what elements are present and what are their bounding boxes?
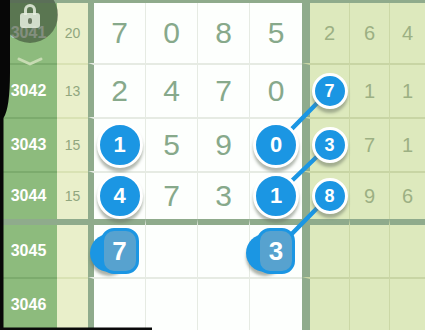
cell-3043-x3: 1 — [389, 117, 425, 171]
draw-number: 3044 — [11, 187, 47, 205]
cell-3041-d2: 0 — [145, 3, 197, 63]
draw-number: 3045 — [11, 242, 47, 260]
number-bubble[interactable]: 7 — [312, 73, 348, 109]
sum-3046 — [57, 277, 88, 330]
draw-label-3046: 3046 — [0, 277, 57, 330]
cell-3041-d3: 8 — [197, 3, 249, 63]
cell-3042-x3: 1 — [389, 63, 425, 117]
cell-3044-d3: 3 — [197, 171, 249, 219]
cell-3046-x1[interactable] — [302, 277, 349, 330]
chevron-down-icon[interactable] — [17, 57, 43, 67]
number-bubble[interactable]: 8 — [312, 178, 348, 214]
cell-3046-d1[interactable] — [88, 277, 145, 330]
cell-3043-d3: 9 — [197, 117, 249, 171]
draw-label-3043: 3043 — [0, 117, 57, 171]
cell-3043-x1: 3 — [302, 117, 349, 171]
cell-3045-x1[interactable] — [302, 219, 349, 277]
number-token[interactable]: 7 — [97, 226, 143, 276]
cell-3042-d2: 4 — [145, 63, 197, 117]
cell-3042-d1: 2 — [88, 63, 145, 117]
sum-value: 15 — [65, 188, 81, 204]
sum-3042: 13 — [57, 63, 88, 117]
cell-3042-x1: 7 — [302, 63, 349, 117]
cell-3043-d4: 0 — [249, 117, 302, 171]
cell-3044-x3: 6 — [389, 171, 425, 219]
cell-3044-d1: 4 — [88, 171, 145, 219]
sum-3045 — [57, 219, 88, 277]
cell-3042-d4: 0 — [249, 63, 302, 117]
cell-3043-x2: 7 — [349, 117, 389, 171]
cell-3045-d4: 3 — [249, 219, 302, 277]
draw-history-grid: 3041 20 7 0 8 5 2 6 4 3042 13 2 4 7 0 7 … — [0, 0, 425, 330]
draw-number: 3046 — [11, 296, 47, 314]
number-token[interactable]: 3 — [253, 226, 299, 276]
cell-3041-x3: 4 — [389, 3, 425, 63]
cell-3044-d2: 7 — [145, 171, 197, 219]
sum-3043: 15 — [57, 117, 88, 171]
cell-3045-x2[interactable] — [349, 219, 389, 277]
cell-3045-x3[interactable] — [389, 219, 425, 277]
lock-icon — [20, 4, 40, 30]
draw-number: 3043 — [11, 136, 47, 154]
cell-3041-x2: 6 — [349, 3, 389, 63]
cell-3045-d3[interactable] — [197, 219, 249, 277]
draw-number: 3042 — [11, 82, 47, 100]
cell-3046-d4[interactable] — [249, 277, 302, 330]
cell-3041-d4: 5 — [249, 3, 302, 63]
cell-3044-d4: 1 — [249, 171, 302, 219]
cell-3046-x3[interactable] — [389, 277, 425, 330]
cell-3045-d2[interactable] — [145, 219, 197, 277]
cell-3044-x1: 8 — [302, 171, 349, 219]
cell-3046-x2[interactable] — [349, 277, 389, 330]
cell-3043-d1: 1 — [88, 117, 145, 171]
sum-value: 13 — [65, 83, 81, 99]
cell-3042-x2: 1 — [349, 63, 389, 117]
number-bubble[interactable]: 1 — [97, 122, 143, 168]
number-bubble[interactable]: 0 — [253, 122, 299, 168]
draw-label-3042: 3042 — [0, 63, 57, 117]
cell-3041-d1: 7 — [88, 3, 145, 63]
number-bubble[interactable]: 4 — [97, 173, 143, 219]
sum-3041: 20 — [57, 3, 88, 63]
number-bubble[interactable]: 1 — [253, 173, 299, 219]
cell-3046-d2[interactable] — [145, 277, 197, 330]
cell-3041-x1: 2 — [302, 3, 349, 63]
cell-3042-d3: 7 — [197, 63, 249, 117]
number-bubble[interactable]: 3 — [312, 127, 348, 163]
cell-3046-d3[interactable] — [197, 277, 249, 330]
cell-3045-d1: 7 — [88, 219, 145, 277]
draw-label-3045: 3045 — [0, 219, 57, 277]
cell-3044-x2: 9 — [349, 171, 389, 219]
sum-3044: 15 — [57, 171, 88, 219]
draw-label-3044: 3044 — [0, 171, 57, 219]
cell-3043-d2: 5 — [145, 117, 197, 171]
sum-value: 20 — [65, 25, 81, 41]
lottery-grid-screen: 3041 20 7 0 8 5 2 6 4 3042 13 2 4 7 0 7 … — [0, 0, 425, 330]
sum-value: 15 — [65, 137, 81, 153]
